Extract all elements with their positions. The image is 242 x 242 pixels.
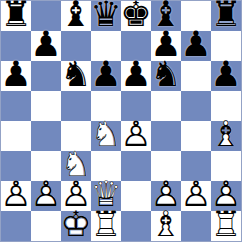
square-b1[interactable] (31, 211, 61, 241)
chess-board: ♜♝♛♚♝♜♟♟♟♟♞♟♟♞♟♞♘♟♙♝♗♞♘♟♙♟♙♟♙♛♕♟♙♟♙♟♙♚♔♜… (0, 0, 242, 242)
piece-outline-glyph: ♙ (150, 177, 181, 212)
square-g8[interactable] (181, 1, 211, 31)
square-a8[interactable]: ♜ (1, 1, 31, 31)
square-f2[interactable]: ♟♙ (151, 181, 181, 211)
black-bishop-f8[interactable]: ♝ (151, 1, 181, 31)
white-pawn-h2[interactable]: ♟♙ (211, 181, 241, 211)
piece-fill-glyph: ♟ (180, 177, 211, 212)
piece-fill-glyph: ♛ (90, 0, 121, 32)
piece-outline-glyph: ♙ (180, 177, 211, 212)
piece-fill-glyph: ♟ (0, 177, 31, 212)
piece-fill-glyph: ♞ (90, 117, 121, 152)
square-g6[interactable] (181, 61, 211, 91)
black-rook-a8[interactable]: ♜ (1, 1, 31, 31)
piece-outline-glyph: ♖ (90, 207, 121, 242)
square-h4[interactable]: ♝♗ (211, 121, 241, 151)
square-f7[interactable]: ♟ (151, 31, 181, 61)
square-d4[interactable]: ♞♘ (91, 121, 121, 151)
black-pawn-d6[interactable]: ♟ (91, 61, 121, 91)
white-rook-d1[interactable]: ♜♖ (91, 211, 121, 241)
square-c5[interactable] (61, 91, 91, 121)
square-f1[interactable]: ♝♗ (151, 211, 181, 241)
square-h6[interactable]: ♟ (211, 61, 241, 91)
square-a1[interactable] (1, 211, 31, 241)
square-c7[interactable] (61, 31, 91, 61)
square-b5[interactable] (31, 91, 61, 121)
piece-fill-glyph: ♟ (30, 177, 61, 212)
square-d5[interactable] (91, 91, 121, 121)
white-knight-c3[interactable]: ♞♘ (61, 151, 91, 181)
white-knight-d4[interactable]: ♞♘ (91, 121, 121, 151)
square-e4[interactable]: ♟♙ (121, 121, 151, 151)
square-c4[interactable] (61, 121, 91, 151)
piece-outline-glyph: ♙ (60, 177, 91, 212)
black-pawn-g7[interactable]: ♟ (181, 31, 211, 61)
square-e5[interactable] (121, 91, 151, 121)
white-bishop-h4[interactable]: ♝♗ (211, 121, 241, 151)
square-h8[interactable]: ♜ (211, 1, 241, 31)
piece-fill-glyph: ♜ (210, 0, 241, 32)
piece-fill-glyph: ♟ (150, 27, 181, 62)
piece-outline-glyph: ♕ (90, 177, 121, 212)
piece-outline-glyph: ♖ (210, 207, 241, 242)
black-knight-c6[interactable]: ♞ (61, 61, 91, 91)
black-pawn-a6[interactable]: ♟ (1, 61, 31, 91)
piece-outline-glyph: ♗ (210, 117, 241, 152)
piece-fill-glyph: ♝ (150, 207, 181, 242)
white-king-c1[interactable]: ♚♔ (61, 211, 91, 241)
white-pawn-b2[interactable]: ♟♙ (31, 181, 61, 211)
square-e3[interactable] (121, 151, 151, 181)
piece-outline-glyph: ♙ (120, 117, 151, 152)
white-rook-h1[interactable]: ♜♖ (211, 211, 241, 241)
square-h1[interactable]: ♜♖ (211, 211, 241, 241)
piece-fill-glyph: ♝ (60, 0, 91, 32)
piece-fill-glyph: ♟ (120, 57, 151, 92)
black-knight-f6[interactable]: ♞ (151, 61, 181, 91)
square-b6[interactable] (31, 61, 61, 91)
square-h7[interactable] (211, 31, 241, 61)
square-b3[interactable] (31, 151, 61, 181)
square-b7[interactable]: ♟ (31, 31, 61, 61)
square-b4[interactable] (31, 121, 61, 151)
piece-fill-glyph: ♟ (180, 27, 211, 62)
square-g2[interactable]: ♟♙ (181, 181, 211, 211)
square-e8[interactable]: ♚ (121, 1, 151, 31)
piece-fill-glyph: ♚ (120, 0, 151, 32)
square-a6[interactable]: ♟ (1, 61, 31, 91)
square-e2[interactable] (121, 181, 151, 211)
square-e6[interactable]: ♟ (121, 61, 151, 91)
square-c1[interactable]: ♚♔ (61, 211, 91, 241)
square-g7[interactable]: ♟ (181, 31, 211, 61)
square-g1[interactable] (181, 211, 211, 241)
square-h3[interactable] (211, 151, 241, 181)
square-f4[interactable] (151, 121, 181, 151)
piece-outline-glyph: ♙ (30, 177, 61, 212)
piece-outline-glyph: ♗ (150, 207, 181, 242)
white-pawn-c2[interactable]: ♟♙ (61, 181, 91, 211)
white-pawn-f2[interactable]: ♟♙ (151, 181, 181, 211)
white-bishop-f1[interactable]: ♝♗ (151, 211, 181, 241)
black-bishop-c8[interactable]: ♝ (61, 1, 91, 31)
piece-fill-glyph: ♞ (60, 147, 91, 182)
white-pawn-e4[interactable]: ♟♙ (121, 121, 151, 151)
square-a4[interactable] (1, 121, 31, 151)
black-pawn-f7[interactable]: ♟ (151, 31, 181, 61)
piece-fill-glyph: ♝ (210, 117, 241, 152)
black-pawn-b7[interactable]: ♟ (31, 31, 61, 61)
square-c8[interactable]: ♝ (61, 1, 91, 31)
piece-fill-glyph: ♞ (150, 57, 181, 92)
piece-fill-glyph: ♟ (150, 177, 181, 212)
square-b8[interactable] (31, 1, 61, 31)
piece-outline-glyph: ♔ (60, 207, 91, 242)
square-f6[interactable]: ♞ (151, 61, 181, 91)
square-c6[interactable]: ♞ (61, 61, 91, 91)
piece-fill-glyph: ♟ (60, 177, 91, 212)
black-pawn-e6[interactable]: ♟ (121, 61, 151, 91)
square-b2[interactable]: ♟♙ (31, 181, 61, 211)
white-pawn-g2[interactable]: ♟♙ (181, 181, 211, 211)
square-f5[interactable] (151, 91, 181, 121)
piece-fill-glyph: ♟ (90, 57, 121, 92)
square-a2[interactable]: ♟♙ (1, 181, 31, 211)
piece-fill-glyph: ♞ (60, 57, 91, 92)
square-d7[interactable] (91, 31, 121, 61)
piece-fill-glyph: ♟ (0, 57, 31, 92)
black-pawn-h6[interactable]: ♟ (211, 61, 241, 91)
piece-fill-glyph: ♟ (120, 117, 151, 152)
square-h2[interactable]: ♟♙ (211, 181, 241, 211)
square-e7[interactable] (121, 31, 151, 61)
piece-outline-glyph: ♘ (60, 147, 91, 182)
piece-outline-glyph: ♙ (0, 177, 31, 212)
square-c3[interactable]: ♞♘ (61, 151, 91, 181)
piece-fill-glyph: ♟ (210, 177, 241, 212)
black-queen-d8[interactable]: ♛ (91, 1, 121, 31)
square-f3[interactable] (151, 151, 181, 181)
square-g5[interactable] (181, 91, 211, 121)
black-king-e8[interactable]: ♚ (121, 1, 151, 31)
piece-outline-glyph: ♙ (210, 177, 241, 212)
square-f8[interactable]: ♝ (151, 1, 181, 31)
piece-fill-glyph: ♛ (90, 177, 121, 212)
piece-fill-glyph: ♜ (210, 207, 241, 242)
square-g3[interactable] (181, 151, 211, 181)
piece-fill-glyph: ♚ (60, 207, 91, 242)
square-d1[interactable]: ♜♖ (91, 211, 121, 241)
piece-fill-glyph: ♝ (150, 0, 181, 32)
white-pawn-a2[interactable]: ♟♙ (1, 181, 31, 211)
piece-fill-glyph: ♜ (90, 207, 121, 242)
square-a5[interactable] (1, 91, 31, 121)
square-d3[interactable] (91, 151, 121, 181)
square-h5[interactable] (211, 91, 241, 121)
piece-fill-glyph: ♜ (0, 0, 31, 32)
piece-fill-glyph: ♟ (210, 57, 241, 92)
square-d6[interactable]: ♟ (91, 61, 121, 91)
square-d8[interactable]: ♛ (91, 1, 121, 31)
piece-fill-glyph: ♟ (30, 27, 61, 62)
square-d2[interactable]: ♛♕ (91, 181, 121, 211)
square-a3[interactable] (1, 151, 31, 181)
piece-outline-glyph: ♘ (90, 117, 121, 152)
square-e1[interactable] (121, 211, 151, 241)
square-g4[interactable] (181, 121, 211, 151)
square-a7[interactable] (1, 31, 31, 61)
black-rook-h8[interactable]: ♜ (211, 1, 241, 31)
square-c2[interactable]: ♟♙ (61, 181, 91, 211)
white-queen-d2[interactable]: ♛♕ (91, 181, 121, 211)
